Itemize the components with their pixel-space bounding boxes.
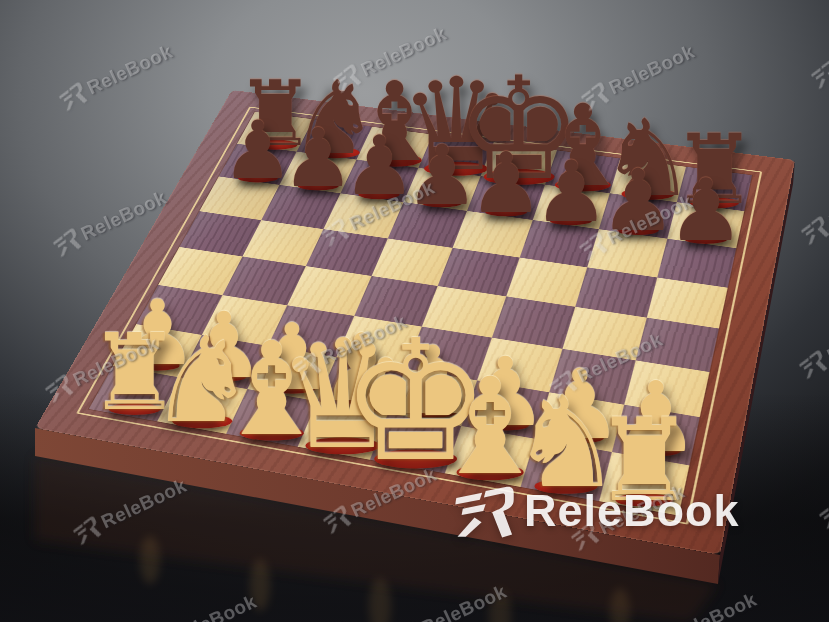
scene: ♜♞♝♛♚♝♞♜♟♟♟♟♟♟♟♟♟♟♟♟♟♟♟♟♜♞♝♛♚♝♞♜ ReleBoo… (0, 0, 829, 622)
